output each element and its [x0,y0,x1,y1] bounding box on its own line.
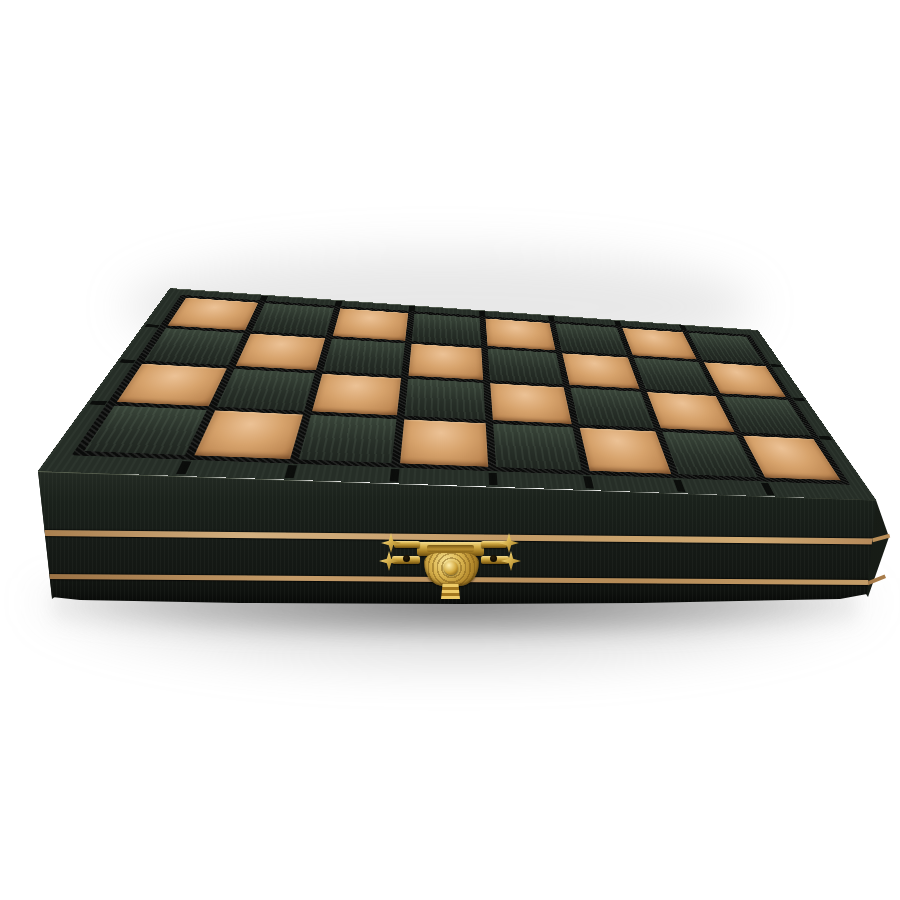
board-square-r3c6 [570,388,654,428]
board-square-r4c4 [400,419,489,466]
board-square-r4c3 [299,415,396,463]
board-square-r3c7 [647,392,734,432]
clasp-rivet-hole-left [403,555,410,562]
clasp-prong-left-upper [394,541,420,548]
board-square-r2c2 [235,334,325,371]
board-square-r2c7 [634,358,714,393]
board-square-r1c3 [333,308,408,340]
clasp-bar-slot [427,545,474,552]
board-square-r1c6 [555,323,627,355]
board-square-r1c4 [411,314,481,346]
board-square-r1c7 [622,328,696,359]
board-square-r2c4 [408,344,483,380]
board-square-r3c3 [312,374,401,416]
board-square-r4c6 [579,428,671,474]
board-square-r2c1 [144,328,243,365]
board-square-r4c5 [493,424,581,471]
chess-box-photo [0,0,900,900]
board-square-r3c2 [216,369,315,411]
board-square-r2c3 [323,339,404,375]
board-square-r4c2 [194,410,303,459]
board-square-r3c5 [490,383,571,424]
board-square-r1c2 [252,303,334,336]
board-square-r4c1 [84,406,206,455]
board-square-r2c6 [562,353,640,388]
clasp-knob [444,561,458,575]
board-square-r1c5 [486,319,556,351]
board-square-r3c1 [117,364,226,407]
board-square-r1c1 [168,298,258,331]
clasp-hasp-tab [441,584,460,599]
clasp-rivet-hole-right [490,555,497,562]
board-square-r3c4 [404,379,485,420]
board-lid-top [38,288,876,500]
board-square-r2c5 [488,349,563,385]
